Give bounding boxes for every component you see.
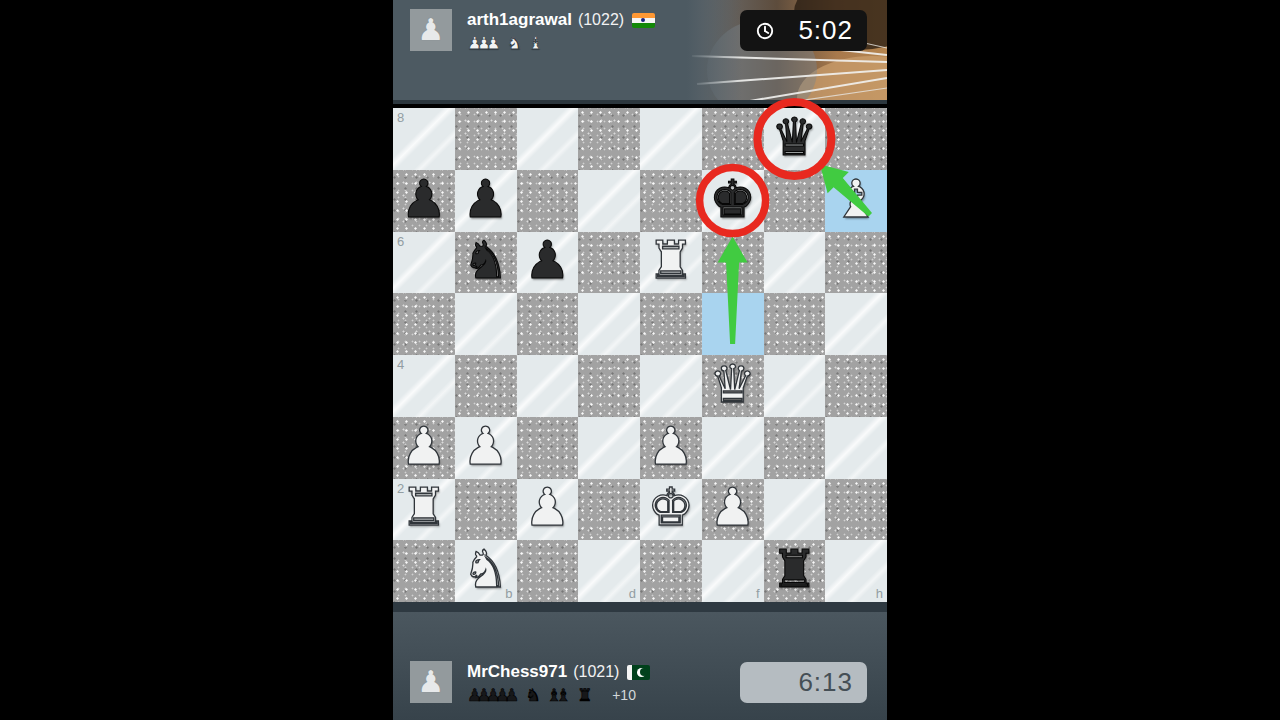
square-h4[interactable] <box>825 355 887 417</box>
piece-white-bishop-h7[interactable]: ♝ <box>833 173 880 225</box>
piece-black-rook-g1[interactable]: ♜ <box>771 543 818 595</box>
square-g5[interactable] <box>764 293 826 355</box>
square-d6[interactable] <box>578 232 640 294</box>
square-h3[interactable] <box>825 417 887 479</box>
square-c8[interactable] <box>517 108 579 170</box>
rank-label-8: 8 <box>397 110 404 125</box>
square-b5[interactable] <box>455 293 517 355</box>
chess-board[interactable]: 8♛♟♟♚♝6♞♟♜4♛♟♟♟2♜♟♚♟b♞df♜h <box>393 108 887 602</box>
rank-label-6: 6 <box>397 234 404 249</box>
square-d5[interactable] <box>578 293 640 355</box>
square-c7[interactable] <box>517 170 579 232</box>
square-b8[interactable] <box>455 108 517 170</box>
square-a3[interactable]: ♟ <box>393 417 455 479</box>
top-player-avatar[interactable]: ♟ <box>410 9 452 51</box>
square-c6[interactable]: ♟ <box>517 232 579 294</box>
square-f5[interactable] <box>702 293 764 355</box>
square-e3[interactable]: ♟ <box>640 417 702 479</box>
square-f4[interactable]: ♛ <box>702 355 764 417</box>
square-h7[interactable]: ♝ <box>825 170 887 232</box>
square-g8[interactable]: ♛ <box>764 108 826 170</box>
rank-label-4: 4 <box>397 357 404 372</box>
bottom-player-rating: (1021) <box>573 663 619 681</box>
piece-black-king-f7[interactable]: ♚ <box>709 173 756 225</box>
square-g7[interactable] <box>764 170 826 232</box>
square-h6[interactable] <box>825 232 887 294</box>
piece-white-pawn-b3[interactable]: ♟ <box>462 420 509 472</box>
bottom-player-block[interactable]: ♟ MrChess971 (1021) ♟♟♟♟♟♞♝♝♜+10 <box>410 661 650 706</box>
square-b1[interactable]: b♞ <box>455 540 517 602</box>
pakistan-flag-icon <box>627 665 650 680</box>
app-stage: ♟ arth1agrawal (1022) ♟♟♟♞♝ 5:02 8♛♟♟♚♝6… <box>393 0 887 720</box>
piece-white-rook-a2[interactable]: ♜ <box>401 481 448 533</box>
piece-black-queen-g8[interactable]: ♛ <box>771 111 818 163</box>
captured-piece-group: ♜ <box>577 687 586 704</box>
captured-piece-group: ♟♟♟ <box>467 35 495 52</box>
piece-white-pawn-c2[interactable]: ♟ <box>524 481 571 533</box>
captured-piece-group: ♝ <box>528 35 537 52</box>
clock-icon <box>755 21 775 41</box>
square-f6[interactable] <box>702 232 764 294</box>
captured-piece-group: ♝♝ <box>546 687 564 704</box>
file-label-d: d <box>629 586 636 601</box>
top-player-info: arth1agrawal (1022) ♟♟♟♞♝ <box>467 9 655 54</box>
square-g6[interactable] <box>764 232 826 294</box>
piece-black-pawn-c6[interactable]: ♟ <box>524 234 571 286</box>
square-e2[interactable]: ♚ <box>640 479 702 541</box>
square-e1[interactable] <box>640 540 702 602</box>
square-c3[interactable] <box>517 417 579 479</box>
square-b7[interactable]: ♟ <box>455 170 517 232</box>
square-f8[interactable] <box>702 108 764 170</box>
piece-white-queen-f4[interactable]: ♛ <box>709 358 756 410</box>
piece-white-king-e2[interactable]: ♚ <box>648 481 695 533</box>
square-a7[interactable]: ♟ <box>393 170 455 232</box>
square-d4[interactable] <box>578 355 640 417</box>
board-wrap: 8♛♟♟♚♝6♞♟♜4♛♟♟♟2♜♟♚♟b♞df♜h <box>393 108 887 602</box>
square-d3[interactable] <box>578 417 640 479</box>
top-player-block[interactable]: ♟ arth1agrawal (1022) ♟♟♟♞♝ <box>410 9 655 54</box>
piece-white-pawn-a3[interactable]: ♟ <box>401 420 448 472</box>
captured-piece-group: ♞ <box>507 35 516 52</box>
square-a4[interactable]: 4 <box>393 355 455 417</box>
square-g3[interactable] <box>764 417 826 479</box>
square-c1[interactable] <box>517 540 579 602</box>
square-e8[interactable] <box>640 108 702 170</box>
square-f1[interactable]: f <box>702 540 764 602</box>
square-g4[interactable] <box>764 355 826 417</box>
captured-piece-group: ♟♟♟♟♟ <box>467 687 513 704</box>
square-c5[interactable] <box>517 293 579 355</box>
india-flag-icon <box>632 13 655 28</box>
square-g1[interactable]: ♜ <box>764 540 826 602</box>
top-player-rating: (1022) <box>578 11 624 29</box>
bottom-player-name: MrChess971 <box>467 662 567 682</box>
square-e6[interactable]: ♜ <box>640 232 702 294</box>
piece-black-pawn-b7[interactable]: ♟ <box>462 173 509 225</box>
top-captured-pieces: ♟♟♟♞♝ <box>467 32 655 54</box>
bottom-captured-pieces: ♟♟♟♟♟♞♝♝♜+10 <box>467 684 650 706</box>
square-a6[interactable]: 6 <box>393 232 455 294</box>
square-f7[interactable]: ♚ <box>702 170 764 232</box>
square-g2[interactable] <box>764 479 826 541</box>
square-d8[interactable] <box>578 108 640 170</box>
square-f3[interactable] <box>702 417 764 479</box>
bottom-player-panel: ♟ MrChess971 (1021) ♟♟♟♟♟♞♝♝♜+10 6:13 <box>393 612 887 720</box>
board-bottom-strip <box>393 602 887 612</box>
square-b6[interactable]: ♞ <box>455 232 517 294</box>
square-e7[interactable] <box>640 170 702 232</box>
square-c2[interactable]: ♟ <box>517 479 579 541</box>
square-d7[interactable] <box>578 170 640 232</box>
bottom-player-info: MrChess971 (1021) ♟♟♟♟♟♞♝♝♜+10 <box>467 661 650 706</box>
square-e5[interactable] <box>640 293 702 355</box>
material-advantage: +10 <box>612 688 636 702</box>
square-h5[interactable] <box>825 293 887 355</box>
square-b2[interactable] <box>455 479 517 541</box>
square-a8[interactable]: 8 <box>393 108 455 170</box>
piece-black-pawn-a7[interactable]: ♟ <box>401 173 448 225</box>
piece-white-pawn-e3[interactable]: ♟ <box>648 420 695 472</box>
square-c4[interactable] <box>517 355 579 417</box>
bottom-player-avatar[interactable]: ♟ <box>410 661 452 703</box>
square-d1[interactable]: d <box>578 540 640 602</box>
square-e4[interactable] <box>640 355 702 417</box>
piece-white-pawn-f2[interactable]: ♟ <box>709 481 756 533</box>
square-d2[interactable] <box>578 479 640 541</box>
square-b3[interactable]: ♟ <box>455 417 517 479</box>
top-player-panel: ♟ arth1agrawal (1022) ♟♟♟♞♝ 5:02 <box>393 0 887 104</box>
square-f2[interactable]: ♟ <box>702 479 764 541</box>
top-player-name: arth1agrawal <box>467 10 572 30</box>
square-h8[interactable] <box>825 108 887 170</box>
piece-white-rook-e6[interactable]: ♜ <box>648 234 695 286</box>
bottom-clock-time: 6:13 <box>798 667 853 698</box>
square-a1[interactable] <box>393 540 455 602</box>
square-b4[interactable] <box>455 355 517 417</box>
file-label-f: f <box>756 586 760 601</box>
captured-piece-group: ♞ <box>525 687 534 704</box>
file-label-h: h <box>876 586 883 601</box>
square-h1[interactable]: h <box>825 540 887 602</box>
square-h2[interactable] <box>825 479 887 541</box>
square-a5[interactable] <box>393 293 455 355</box>
bottom-player-clock: 6:13 <box>740 662 867 703</box>
top-clock-time: 5:02 <box>798 15 853 46</box>
top-player-clock: 5:02 <box>740 10 867 51</box>
pawn-avatar-icon: ♟ <box>418 15 445 45</box>
piece-black-knight-b6[interactable]: ♞ <box>462 234 509 286</box>
piece-white-knight-b1[interactable]: ♞ <box>462 543 509 595</box>
pawn-avatar-icon: ♟ <box>418 667 445 697</box>
square-a2[interactable]: 2♜ <box>393 479 455 541</box>
